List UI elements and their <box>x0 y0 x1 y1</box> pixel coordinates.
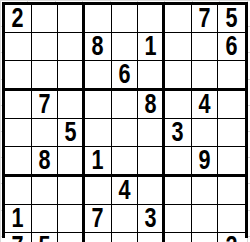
cell-r4c6[interactable]: 8 <box>138 91 165 119</box>
cell-r7c7[interactable] <box>165 177 192 205</box>
given-digit: 5 <box>226 5 238 32</box>
given-digit: 7 <box>198 5 210 32</box>
cell-r6c4[interactable]: 1 <box>85 147 112 177</box>
cell-r7c1[interactable] <box>5 177 32 205</box>
cell-r8c9[interactable] <box>218 205 245 233</box>
given-digit: 1 <box>144 33 156 60</box>
cell-r1c2[interactable] <box>32 5 59 33</box>
cell-r7c6[interactable] <box>138 177 165 205</box>
cell-r4c2[interactable]: 7 <box>32 91 59 119</box>
cell-r4c4[interactable] <box>85 91 112 119</box>
cell-r1c6[interactable] <box>138 5 165 33</box>
cell-r1c1[interactable]: 2 <box>5 5 32 33</box>
given-digit: 6 <box>226 33 238 60</box>
cell-r8c6[interactable]: 3 <box>138 205 165 233</box>
cell-r3c8[interactable] <box>192 61 219 91</box>
given-digit: 3 <box>172 119 184 146</box>
given-digit: 4 <box>118 177 130 204</box>
cell-r6c7[interactable] <box>165 147 192 177</box>
cell-r5c4[interactable] <box>85 119 112 147</box>
given-digit: 5 <box>38 233 50 242</box>
cell-r2c3[interactable] <box>58 33 85 61</box>
cell-r5c3[interactable]: 5 <box>58 119 85 147</box>
cell-r6c6[interactable] <box>138 147 165 177</box>
cell-r4c1[interactable] <box>5 91 32 119</box>
cell-r3c6[interactable] <box>138 61 165 91</box>
cell-r5c7[interactable]: 3 <box>165 119 192 147</box>
cell-r2c5[interactable] <box>112 33 139 61</box>
given-digit: 6 <box>118 61 130 88</box>
cell-r4c5[interactable] <box>112 91 139 119</box>
cell-r3c2[interactable] <box>32 61 59 91</box>
given-digit: 4 <box>198 91 210 118</box>
cell-r5c8[interactable] <box>192 119 219 147</box>
cell-r7c9[interactable] <box>218 177 245 205</box>
cell-r9c1[interactable]: 7 <box>5 233 32 242</box>
cell-r2c9[interactable]: 6 <box>218 33 245 61</box>
cell-r8c2[interactable] <box>32 205 59 233</box>
cell-r9c5[interactable] <box>112 233 139 242</box>
cell-r3c7[interactable] <box>165 61 192 91</box>
cell-r9c7[interactable] <box>165 233 192 242</box>
cell-r4c9[interactable] <box>218 91 245 119</box>
cell-r1c3[interactable] <box>58 5 85 33</box>
cell-r6c3[interactable] <box>58 147 85 177</box>
given-digit: 2 <box>12 5 24 32</box>
cell-r1c5[interactable] <box>112 5 139 33</box>
cell-r3c5[interactable]: 6 <box>112 61 139 91</box>
given-digit: 5 <box>64 119 76 146</box>
cell-r8c5[interactable] <box>112 205 139 233</box>
given-digit: 8 <box>92 33 104 60</box>
cell-r2c1[interactable] <box>5 33 32 61</box>
given-digit: 8 <box>144 91 156 118</box>
cell-r4c3[interactable] <box>58 91 85 119</box>
cell-r2c4[interactable]: 8 <box>85 33 112 61</box>
cell-r6c5[interactable] <box>112 147 139 177</box>
cell-r3c1[interactable] <box>5 61 32 91</box>
cell-r3c3[interactable] <box>58 61 85 91</box>
cell-r5c5[interactable] <box>112 119 139 147</box>
cell-r6c9[interactable] <box>218 147 245 177</box>
cell-r8c4[interactable]: 7 <box>85 205 112 233</box>
given-digit: 8 <box>38 147 50 174</box>
cell-r2c7[interactable] <box>165 33 192 61</box>
cell-r9c9[interactable]: 2 <box>218 233 245 242</box>
cell-r1c4[interactable] <box>85 5 112 33</box>
cell-r8c3[interactable] <box>58 205 85 233</box>
cell-r1c8[interactable]: 7 <box>192 5 219 33</box>
cell-r9c8[interactable] <box>192 233 219 242</box>
cell-r2c2[interactable] <box>32 33 59 61</box>
cell-r9c2[interactable]: 5 <box>32 233 59 242</box>
cell-r1c9[interactable]: 5 <box>218 5 245 33</box>
cell-r7c5[interactable]: 4 <box>112 177 139 205</box>
cell-r9c4[interactable] <box>85 233 112 242</box>
cell-r5c2[interactable] <box>32 119 59 147</box>
given-digit: 9 <box>198 147 210 174</box>
cell-r6c2[interactable]: 8 <box>32 147 59 177</box>
cell-r6c1[interactable] <box>5 147 32 177</box>
cell-r5c9[interactable] <box>218 119 245 147</box>
cell-r3c4[interactable] <box>85 61 112 91</box>
cell-r7c3[interactable] <box>58 177 85 205</box>
cell-r3c9[interactable] <box>218 61 245 91</box>
cell-r4c7[interactable] <box>165 91 192 119</box>
given-digit: 1 <box>92 147 104 174</box>
cell-r7c2[interactable] <box>32 177 59 205</box>
given-digit: 7 <box>12 233 24 242</box>
given-digit: 7 <box>92 205 104 232</box>
given-digit: 7 <box>38 91 50 118</box>
given-digit: 1 <box>12 205 24 232</box>
sudoku-puzzle-screenshot: 2758166784538194173752 <box>0 0 250 242</box>
cell-r5c1[interactable] <box>5 119 32 147</box>
cell-r4c8[interactable]: 4 <box>192 91 219 119</box>
cell-r7c8[interactable] <box>192 177 219 205</box>
cell-r1c7[interactable] <box>165 5 192 33</box>
cell-r9c3[interactable] <box>58 233 85 242</box>
cell-r9c6[interactable] <box>138 233 165 242</box>
sudoku-board: 2758166784538194173752 <box>2 2 248 238</box>
cell-r6c8[interactable]: 9 <box>192 147 219 177</box>
given-digit: 2 <box>226 233 238 242</box>
cell-r5c6[interactable] <box>138 119 165 147</box>
cell-r8c7[interactable] <box>165 205 192 233</box>
cell-r8c1[interactable]: 1 <box>5 205 32 233</box>
cell-r7c4[interactable] <box>85 177 112 205</box>
cell-r2c6[interactable]: 1 <box>138 33 165 61</box>
cell-r8c8[interactable] <box>192 205 219 233</box>
cell-r2c8[interactable] <box>192 33 219 61</box>
given-digit: 3 <box>144 205 156 232</box>
